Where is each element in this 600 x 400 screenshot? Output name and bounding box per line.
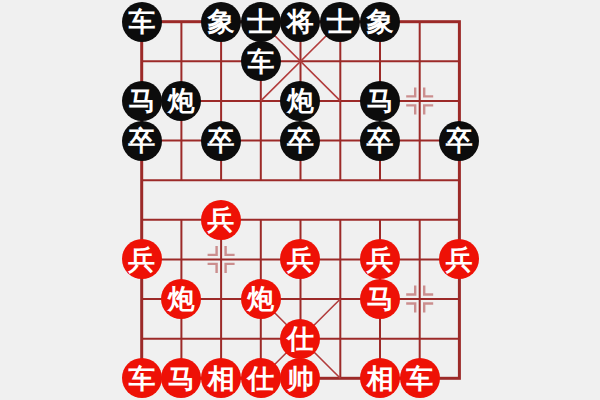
- red-elephant[interactable]: 相: [360, 358, 400, 398]
- board-grid: 车象士将士象车马炮炮马卒卒卒卒卒兵兵兵兵兵炮炮马仕车马相仕帅相车: [122, 2, 479, 398]
- black-general[interactable]: 将: [280, 2, 320, 42]
- black-soldier[interactable]: 卒: [439, 121, 479, 161]
- black-soldier[interactable]: 卒: [201, 121, 241, 161]
- red-soldier[interactable]: 兵: [360, 239, 400, 279]
- red-advisor[interactable]: 仕: [241, 358, 281, 398]
- red-cannon[interactable]: 炮: [161, 279, 201, 319]
- black-horse[interactable]: 马: [360, 81, 400, 121]
- black-soldier[interactable]: 卒: [122, 121, 162, 161]
- red-horse[interactable]: 马: [360, 279, 400, 319]
- red-elephant[interactable]: 相: [201, 358, 241, 398]
- red-advisor[interactable]: 仕: [280, 319, 320, 359]
- black-chariot[interactable]: 车: [122, 2, 162, 42]
- black-horse[interactable]: 马: [122, 81, 162, 121]
- red-soldier[interactable]: 兵: [201, 200, 241, 240]
- red-chariot[interactable]: 车: [122, 358, 162, 398]
- black-soldier[interactable]: 卒: [280, 121, 320, 161]
- black-cannon[interactable]: 炮: [161, 81, 201, 121]
- black-soldier[interactable]: 卒: [360, 121, 400, 161]
- black-cannon[interactable]: 炮: [280, 81, 320, 121]
- black-advisor[interactable]: 士: [241, 2, 281, 42]
- xiangqi-diagram: 车象士将士象车马炮炮马卒卒卒卒卒兵兵兵兵兵炮炮马仕车马相仕帅相车: [0, 0, 600, 400]
- red-cannon[interactable]: 炮: [241, 279, 281, 319]
- black-elephant[interactable]: 象: [360, 2, 400, 42]
- black-chariot[interactable]: 车: [241, 41, 281, 81]
- black-advisor[interactable]: 士: [320, 2, 360, 42]
- red-soldier[interactable]: 兵: [122, 239, 162, 279]
- red-soldier[interactable]: 兵: [280, 239, 320, 279]
- black-elephant[interactable]: 象: [201, 2, 241, 42]
- red-horse[interactable]: 马: [161, 358, 201, 398]
- red-general[interactable]: 帅: [280, 358, 320, 398]
- red-chariot[interactable]: 车: [400, 358, 440, 398]
- red-soldier[interactable]: 兵: [439, 239, 479, 279]
